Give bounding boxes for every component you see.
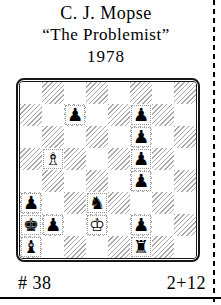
- square-d4: [86, 170, 108, 192]
- black-pawn-icon: ♟: [133, 106, 149, 124]
- problem-footer: # 38 2+12: [18, 273, 206, 294]
- square-a1: ♝: [20, 236, 42, 258]
- square-h2: [174, 214, 196, 236]
- problem-diagram-page: C. J. Mopse “The Problemist” 1978 ♟♟♟♗♟♟…: [0, 0, 221, 305]
- black-pawn-icon: ♟: [23, 194, 39, 212]
- square-h8: [174, 82, 196, 104]
- square-a2: ♚: [20, 214, 42, 236]
- square-a8: [20, 82, 42, 104]
- square-h6: [174, 126, 196, 148]
- square-f8: [130, 82, 152, 104]
- black-pawn-icon: ♟: [45, 216, 61, 234]
- square-d7: [86, 104, 108, 126]
- page-bottom-rule: [0, 297, 221, 299]
- black-pawn-icon: ♟: [133, 172, 149, 190]
- black-pawn-f2: ♟: [131, 215, 151, 235]
- square-h1: [174, 236, 196, 258]
- square-h4: [174, 170, 196, 192]
- square-a3: ♟: [20, 192, 42, 214]
- square-a6: [20, 126, 42, 148]
- square-c1: [64, 236, 86, 258]
- black-bishop-icon: ♝: [23, 238, 39, 256]
- white-bishop-b5: ♗: [43, 149, 63, 169]
- square-a4: [20, 170, 42, 192]
- black-pawn-f6: ♟: [131, 127, 151, 147]
- white-bishop-icon: ♗: [45, 150, 61, 168]
- black-knight-icon: ♞: [89, 194, 105, 212]
- black-pawn-icon: ♟: [67, 106, 83, 124]
- square-b5: ♗: [42, 148, 64, 170]
- square-c8: [64, 82, 86, 104]
- square-d6: [86, 126, 108, 148]
- square-d3: ♞: [86, 192, 108, 214]
- piece-count: 2+12: [167, 273, 206, 294]
- square-f1: ♜: [130, 236, 152, 258]
- black-pawn-icon: ♟: [133, 216, 149, 234]
- black-pawn-icon: ♟: [133, 150, 149, 168]
- square-f3: [130, 192, 152, 214]
- square-h3: [174, 192, 196, 214]
- square-f2: ♟: [130, 214, 152, 236]
- square-g2: [152, 214, 174, 236]
- square-e4: [108, 170, 130, 192]
- square-d8: [86, 82, 108, 104]
- square-e7: [108, 104, 130, 126]
- square-a5: [20, 148, 42, 170]
- square-a7: [20, 104, 42, 126]
- black-pawn-f7: ♟: [131, 105, 151, 125]
- square-g5: [152, 148, 174, 170]
- square-e5: [108, 148, 130, 170]
- square-c2: [64, 214, 86, 236]
- chess-board: ♟♟♟♗♟♟♟♞♚♟♔♟♝♜: [16, 78, 200, 262]
- square-g1: [152, 236, 174, 258]
- black-knight-d3: ♞: [87, 193, 107, 213]
- page-crop-dashed-line: [213, 0, 215, 305]
- chess-board-frame: ♟♟♟♗♟♟♟♞♚♟♔♟♝♜: [19, 81, 197, 259]
- square-g8: [152, 82, 174, 104]
- black-king-icon: ♚: [23, 216, 39, 234]
- square-c7: ♟: [64, 104, 86, 126]
- square-b1: [42, 236, 64, 258]
- white-king-icon: ♔: [89, 216, 105, 234]
- square-c6: [64, 126, 86, 148]
- square-c5: [64, 148, 86, 170]
- square-b8: [42, 82, 64, 104]
- square-c4: [64, 170, 86, 192]
- square-e6: [108, 126, 130, 148]
- square-f6: ♟: [130, 126, 152, 148]
- black-rook-f1: ♜: [131, 237, 151, 257]
- square-b4: [42, 170, 64, 192]
- composer-name: C. J. Mopse: [0, 2, 212, 24]
- square-g3: [152, 192, 174, 214]
- square-e1: [108, 236, 130, 258]
- black-bishop-a1: ♝: [21, 237, 41, 257]
- black-king-a2: ♚: [21, 215, 41, 235]
- stipulation: # 38: [18, 273, 52, 294]
- square-b7: [42, 104, 64, 126]
- black-pawn-c7: ♟: [65, 105, 85, 125]
- publication-year: 1978: [0, 46, 212, 68]
- black-pawn-f5: ♟: [131, 149, 151, 169]
- square-b2: ♟: [42, 214, 64, 236]
- chess-board-grid: ♟♟♟♗♟♟♟♞♚♟♔♟♝♜: [20, 82, 196, 258]
- square-g4: [152, 170, 174, 192]
- black-rook-icon: ♜: [133, 238, 149, 256]
- square-f4: ♟: [130, 170, 152, 192]
- black-pawn-icon: ♟: [133, 128, 149, 146]
- black-pawn-f4: ♟: [131, 171, 151, 191]
- square-g6: [152, 126, 174, 148]
- square-c3: [64, 192, 86, 214]
- square-f7: ♟: [130, 104, 152, 126]
- problem-header: C. J. Mopse “The Problemist” 1978: [0, 2, 212, 68]
- square-e3: [108, 192, 130, 214]
- square-d5: [86, 148, 108, 170]
- source-title: “The Problemist”: [0, 24, 212, 46]
- square-d2: ♔: [86, 214, 108, 236]
- square-e8: [108, 82, 130, 104]
- square-d1: [86, 236, 108, 258]
- square-b6: [42, 126, 64, 148]
- white-king-d2: ♔: [87, 215, 107, 235]
- square-e2: [108, 214, 130, 236]
- square-h7: [174, 104, 196, 126]
- square-f5: ♟: [130, 148, 152, 170]
- square-h5: [174, 148, 196, 170]
- square-b3: [42, 192, 64, 214]
- black-pawn-a3: ♟: [21, 193, 41, 213]
- black-pawn-b2: ♟: [43, 215, 63, 235]
- square-g7: [152, 104, 174, 126]
